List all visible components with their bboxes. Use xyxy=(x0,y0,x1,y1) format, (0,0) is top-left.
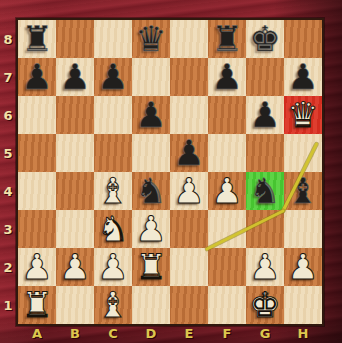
square-e4[interactable]: ♟ xyxy=(170,172,208,210)
square-c1[interactable]: ♝ xyxy=(94,286,132,324)
piece-black-pawn[interactable]: ♟ xyxy=(97,58,128,96)
piece-black-knight[interactable]: ♞ xyxy=(135,172,166,210)
square-f5[interactable] xyxy=(208,134,246,172)
square-d7[interactable] xyxy=(132,58,170,96)
square-d8[interactable]: ♛ xyxy=(132,20,170,58)
square-b2[interactable]: ♟ xyxy=(56,248,94,286)
square-f6[interactable] xyxy=(208,96,246,134)
square-d4[interactable]: ♞ xyxy=(132,172,170,210)
square-a2[interactable]: ♟ xyxy=(18,248,56,286)
square-a7[interactable]: ♟ xyxy=(18,58,56,96)
square-b1[interactable] xyxy=(56,286,94,324)
piece-black-rook[interactable]: ♜ xyxy=(21,20,52,58)
piece-black-bishop[interactable]: ♝ xyxy=(287,172,318,210)
square-d1[interactable] xyxy=(132,286,170,324)
square-h8[interactable] xyxy=(284,20,322,58)
square-h6[interactable]: ♛ xyxy=(284,96,322,134)
square-b6[interactable] xyxy=(56,96,94,134)
square-d2[interactable]: ♜ xyxy=(132,248,170,286)
square-f3[interactable] xyxy=(208,210,246,248)
piece-black-pawn[interactable]: ♟ xyxy=(59,58,90,96)
piece-black-pawn[interactable]: ♟ xyxy=(249,96,280,134)
square-g8[interactable]: ♚ xyxy=(246,20,284,58)
square-g1[interactable]: ♚ xyxy=(246,286,284,324)
square-f7[interactable]: ♟ xyxy=(208,58,246,96)
square-d5[interactable] xyxy=(132,134,170,172)
file-label-f: F xyxy=(208,325,246,341)
piece-black-knight[interactable]: ♞ xyxy=(249,172,280,210)
square-e3[interactable] xyxy=(170,210,208,248)
piece-white-pawn[interactable]: ♟ xyxy=(135,210,166,248)
piece-black-pawn[interactable]: ♟ xyxy=(135,96,166,134)
square-f1[interactable] xyxy=(208,286,246,324)
piece-white-pawn[interactable]: ♟ xyxy=(287,248,318,286)
square-a3[interactable] xyxy=(18,210,56,248)
piece-white-pawn[interactable]: ♟ xyxy=(59,248,90,286)
piece-white-king[interactable]: ♚ xyxy=(249,286,280,324)
square-h5[interactable] xyxy=(284,134,322,172)
square-e1[interactable] xyxy=(170,286,208,324)
piece-white-rook[interactable]: ♜ xyxy=(135,248,166,286)
square-g5[interactable] xyxy=(246,134,284,172)
file-label-a: A xyxy=(18,325,56,341)
square-e8[interactable] xyxy=(170,20,208,58)
square-g6[interactable]: ♟ xyxy=(246,96,284,134)
square-h2[interactable]: ♟ xyxy=(284,248,322,286)
piece-black-rook[interactable]: ♜ xyxy=(211,20,242,58)
piece-white-pawn[interactable]: ♟ xyxy=(249,248,280,286)
square-a6[interactable] xyxy=(18,96,56,134)
square-g4[interactable]: ♞ xyxy=(246,172,284,210)
square-h3[interactable] xyxy=(284,210,322,248)
square-c4[interactable]: ♝ xyxy=(94,172,132,210)
piece-black-pawn[interactable]: ♟ xyxy=(287,58,318,96)
square-f2[interactable] xyxy=(208,248,246,286)
square-h4[interactable]: ♝ xyxy=(284,172,322,210)
square-c7[interactable]: ♟ xyxy=(94,58,132,96)
rank-label-2: 2 xyxy=(0,248,16,286)
file-label-e: E xyxy=(170,325,208,341)
square-f4[interactable]: ♟ xyxy=(208,172,246,210)
file-label-c: C xyxy=(94,325,132,341)
square-a4[interactable] xyxy=(18,172,56,210)
square-b4[interactable] xyxy=(56,172,94,210)
square-g3[interactable] xyxy=(246,210,284,248)
piece-black-pawn[interactable]: ♟ xyxy=(21,58,52,96)
square-a1[interactable]: ♜ xyxy=(18,286,56,324)
square-e6[interactable] xyxy=(170,96,208,134)
file-label-b: B xyxy=(56,325,94,341)
square-h1[interactable] xyxy=(284,286,322,324)
square-c8[interactable] xyxy=(94,20,132,58)
piece-white-pawn[interactable]: ♟ xyxy=(21,248,52,286)
piece-white-rook[interactable]: ♜ xyxy=(21,286,52,324)
square-g7[interactable] xyxy=(246,58,284,96)
piece-black-pawn[interactable]: ♟ xyxy=(173,134,204,172)
piece-white-bishop[interactable]: ♝ xyxy=(97,172,128,210)
square-d3[interactable]: ♟ xyxy=(132,210,170,248)
rank-label-4: 4 xyxy=(0,172,16,210)
piece-black-king[interactable]: ♚ xyxy=(249,20,280,58)
square-d6[interactable]: ♟ xyxy=(132,96,170,134)
square-b7[interactable]: ♟ xyxy=(56,58,94,96)
square-e5[interactable]: ♟ xyxy=(170,134,208,172)
board-frame: ♜♛♜♚♟♟♟♟♟♟♟♛♟♝♞♟♟♞♝♞♟♟♟♟♜♟♟♜♝♚ 87654321 … xyxy=(0,0,342,343)
square-h7[interactable]: ♟ xyxy=(284,58,322,96)
piece-black-pawn[interactable]: ♟ xyxy=(211,58,242,96)
square-c2[interactable]: ♟ xyxy=(94,248,132,286)
file-label-h: H xyxy=(284,325,322,341)
square-c6[interactable] xyxy=(94,96,132,134)
square-b5[interactable] xyxy=(56,134,94,172)
chess-board: ♜♛♜♚♟♟♟♟♟♟♟♛♟♝♞♟♟♞♝♞♟♟♟♟♜♟♟♜♝♚ xyxy=(18,20,322,324)
rank-label-6: 6 xyxy=(0,96,16,134)
rank-label-8: 8 xyxy=(0,20,16,58)
file-label-g: G xyxy=(246,325,284,341)
file-label-d: D xyxy=(132,325,170,341)
square-g2[interactable]: ♟ xyxy=(246,248,284,286)
board-border: ♜♛♜♚♟♟♟♟♟♟♟♛♟♝♞♟♟♞♝♞♟♟♟♟♜♟♟♜♝♚ xyxy=(16,18,324,326)
rank-label-5: 5 xyxy=(0,134,16,172)
piece-white-knight[interactable]: ♞ xyxy=(97,210,128,248)
piece-white-pawn[interactable]: ♟ xyxy=(173,172,204,210)
piece-white-pawn[interactable]: ♟ xyxy=(97,248,128,286)
piece-white-queen[interactable]: ♛ xyxy=(287,96,318,134)
rank-label-3: 3 xyxy=(0,210,16,248)
piece-white-bishop[interactable]: ♝ xyxy=(97,286,128,324)
square-c3[interactable]: ♞ xyxy=(94,210,132,248)
square-b8[interactable] xyxy=(56,20,94,58)
square-e2[interactable] xyxy=(170,248,208,286)
square-b3[interactable] xyxy=(56,210,94,248)
rank-label-7: 7 xyxy=(0,58,16,96)
square-e7[interactable] xyxy=(170,58,208,96)
square-f8[interactable]: ♜ xyxy=(208,20,246,58)
square-a8[interactable]: ♜ xyxy=(18,20,56,58)
piece-black-queen[interactable]: ♛ xyxy=(135,20,166,58)
square-c5[interactable] xyxy=(94,134,132,172)
square-a5[interactable] xyxy=(18,134,56,172)
rank-label-1: 1 xyxy=(0,286,16,324)
piece-white-pawn[interactable]: ♟ xyxy=(211,172,242,210)
